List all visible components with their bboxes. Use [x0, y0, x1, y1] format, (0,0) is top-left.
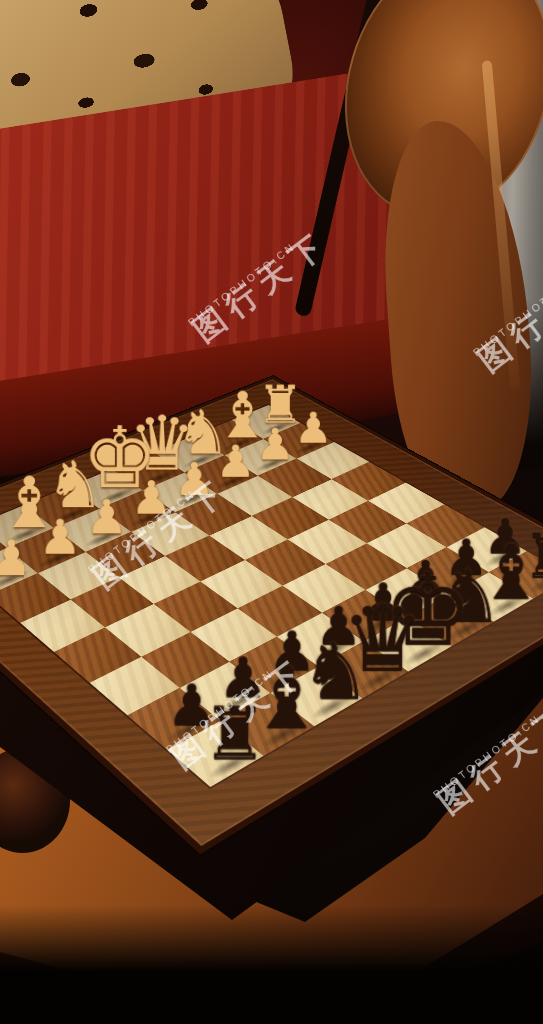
piece-shadow	[443, 616, 488, 642]
black-pawn-a7: ♟	[484, 514, 527, 560]
piece-shadow	[485, 593, 528, 618]
piece-shadow	[307, 692, 357, 723]
piece-shadow	[354, 665, 402, 694]
black-rook-a8: ♜	[522, 527, 543, 585]
piece-shadow	[524, 571, 543, 595]
square-a7[interactable]: ♟	[447, 527, 527, 572]
piece-shadow	[203, 749, 257, 783]
chess-photo-scene: ♜♝♞♚♛♞♝♜♟♟♟♟♟♟♟♟♟♟♟♟♟♟♟♟♜♝♞♛♚♞♝♜ 图行天下PHO…	[0, 0, 543, 1024]
foreground-shadow	[0, 905, 543, 1024]
white-pawn-a2: ♟	[294, 408, 332, 448]
square-h5[interactable]	[54, 627, 141, 682]
black-pawn-d7: ♟	[360, 578, 406, 627]
piece-shadow	[127, 508, 170, 529]
piece-shadow	[256, 720, 308, 752]
piece-shadow	[400, 640, 446, 668]
